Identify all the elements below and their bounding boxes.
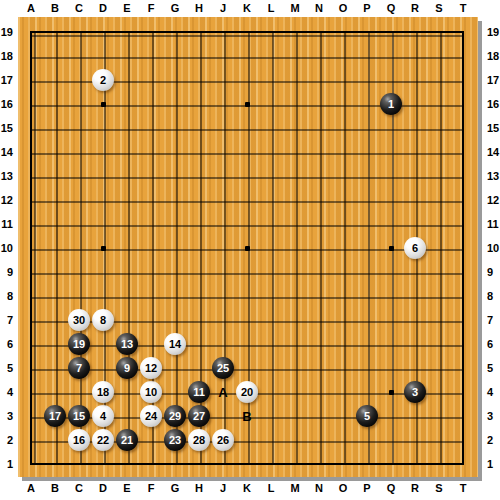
board-point-d2: 22	[91, 428, 115, 452]
row-label: 4	[485, 380, 500, 404]
white-stone-move-6: 6	[404, 237, 426, 259]
board-point-h3: 27	[187, 404, 211, 428]
go-board: AB12345678910111213141516171819202122232…	[18, 17, 478, 477]
column-labels-top: ABCDEFGHJKLMNOPQRST	[19, 0, 475, 17]
board-cells: AB12345678910111213141516171819202122232…	[19, 20, 475, 476]
white-stone-move-18: 18	[92, 381, 114, 403]
row-label: 12	[485, 188, 500, 212]
row-label: 15	[485, 116, 500, 140]
row-label: 16	[485, 92, 500, 116]
black-stone-move-21: 21	[116, 429, 138, 451]
board-point-f3: 24	[139, 404, 163, 428]
row-label: 10	[485, 236, 500, 260]
black-stone-move-15: 15	[68, 405, 90, 427]
board-point-k4: 20	[235, 380, 259, 404]
row-label: 12	[0, 188, 15, 212]
column-label: N	[307, 0, 331, 17]
black-stone-move-25: 25	[212, 357, 234, 379]
white-stone-move-2: 2	[92, 69, 114, 91]
row-label: 18	[485, 44, 500, 68]
row-label: 9	[485, 260, 500, 284]
white-stone-move-20: 20	[236, 381, 258, 403]
board-point-h2: 28	[187, 428, 211, 452]
board-point-c2: 16	[67, 428, 91, 452]
black-stone-move-1: 1	[380, 93, 402, 115]
row-label: 1	[0, 452, 15, 476]
column-label: K	[235, 479, 259, 497]
row-label: 2	[485, 428, 500, 452]
column-label: H	[187, 479, 211, 497]
white-stone-move-12: 12	[140, 357, 162, 379]
board-point-d7: 8	[91, 308, 115, 332]
column-label: T	[451, 479, 475, 497]
star-point-q4	[379, 380, 403, 404]
column-label: K	[235, 0, 259, 17]
column-label: F	[139, 0, 163, 17]
column-label: Q	[379, 0, 403, 17]
column-label: L	[259, 479, 283, 497]
white-stone-move-22: 22	[92, 429, 114, 451]
column-label: C	[67, 0, 91, 17]
board-point-g6: 14	[163, 332, 187, 356]
star-point-d10	[91, 236, 115, 260]
row-label: 4	[0, 380, 15, 404]
column-label: A	[19, 0, 43, 17]
row-label: 17	[485, 68, 500, 92]
go-kifu-diagram: ABCDEFGHJKLMNOPQRST ABCDEFGHJKLMNOPQRST …	[0, 0, 500, 500]
board-point-c6: 19	[67, 332, 91, 356]
column-label: Q	[379, 479, 403, 497]
white-stone-move-28: 28	[188, 429, 210, 451]
row-label: 5	[0, 356, 15, 380]
row-label: 16	[0, 92, 15, 116]
board-point-c3: 15	[67, 404, 91, 428]
point-marker-a: A	[211, 380, 235, 404]
column-label: E	[115, 0, 139, 17]
star-point-q10	[379, 236, 403, 260]
column-label: J	[211, 0, 235, 17]
column-labels-bottom: ABCDEFGHJKLMNOPQRST	[19, 479, 475, 497]
white-stone-move-30: 30	[68, 309, 90, 331]
column-label: H	[187, 0, 211, 17]
black-stone-move-29: 29	[164, 405, 186, 427]
row-label: 17	[0, 68, 15, 92]
row-label: 19	[0, 20, 15, 44]
black-stone-move-11: 11	[188, 381, 210, 403]
board-point-j5: 25	[211, 356, 235, 380]
black-stone-move-17: 17	[44, 405, 66, 427]
board-point-r4: 3	[403, 380, 427, 404]
column-label: O	[331, 479, 355, 497]
column-label: M	[283, 479, 307, 497]
row-label: 7	[485, 308, 500, 332]
row-label: 13	[485, 164, 500, 188]
column-label: R	[403, 0, 427, 17]
white-stone-move-24: 24	[140, 405, 162, 427]
row-label: 15	[0, 116, 15, 140]
board-point-f5: 12	[139, 356, 163, 380]
row-label: 14	[485, 140, 500, 164]
row-label: 2	[0, 428, 15, 452]
black-stone-move-5: 5	[356, 405, 378, 427]
row-labels-right: 19181716151413121110987654321	[485, 20, 500, 476]
row-label: 11	[0, 212, 15, 236]
black-stone-move-13: 13	[116, 333, 138, 355]
board-point-f4: 10	[139, 380, 163, 404]
row-label: 8	[485, 284, 500, 308]
row-labels-left: 19181716151413121110987654321	[0, 20, 15, 476]
black-stone-move-27: 27	[188, 405, 210, 427]
row-label: 6	[0, 332, 15, 356]
black-stone-move-19: 19	[68, 333, 90, 355]
column-label: G	[163, 479, 187, 497]
column-label: J	[211, 479, 235, 497]
board-point-e5: 9	[115, 356, 139, 380]
row-label: 18	[0, 44, 15, 68]
row-label: 14	[0, 140, 15, 164]
board-point-p3: 5	[355, 404, 379, 428]
column-label: G	[163, 0, 187, 17]
board-point-j2: 26	[211, 428, 235, 452]
star-point-k16	[235, 92, 259, 116]
board-point-b3: 17	[43, 404, 67, 428]
row-label: 1	[485, 452, 500, 476]
white-stone-move-26: 26	[212, 429, 234, 451]
row-label: 13	[0, 164, 15, 188]
white-stone-move-14: 14	[164, 333, 186, 355]
white-stone-move-8: 8	[92, 309, 114, 331]
white-stone-move-10: 10	[140, 381, 162, 403]
column-label: R	[403, 479, 427, 497]
column-label: S	[427, 479, 451, 497]
column-label: P	[355, 0, 379, 17]
board-point-g2: 23	[163, 428, 187, 452]
column-label: P	[355, 479, 379, 497]
board-point-c5: 7	[67, 356, 91, 380]
board-point-d4: 18	[91, 380, 115, 404]
board-point-q16: 1	[379, 92, 403, 116]
row-label: 19	[485, 20, 500, 44]
column-label: M	[283, 0, 307, 17]
star-point-k10	[235, 236, 259, 260]
column-label: L	[259, 0, 283, 17]
column-label: C	[67, 479, 91, 497]
column-label: B	[43, 0, 67, 17]
board-point-c7: 30	[67, 308, 91, 332]
board-point-d3: 4	[91, 404, 115, 428]
black-stone-move-7: 7	[68, 357, 90, 379]
column-label: D	[91, 479, 115, 497]
column-label: E	[115, 479, 139, 497]
star-point-d16	[91, 92, 115, 116]
point-marker-b: B	[235, 404, 259, 428]
column-label: D	[91, 0, 115, 17]
board-point-g3: 29	[163, 404, 187, 428]
column-label: N	[307, 479, 331, 497]
column-label: T	[451, 0, 475, 17]
row-label: 3	[485, 404, 500, 428]
white-stone-move-4: 4	[92, 405, 114, 427]
black-stone-move-3: 3	[404, 381, 426, 403]
board-point-d17: 2	[91, 68, 115, 92]
row-label: 8	[0, 284, 15, 308]
column-label: O	[331, 0, 355, 17]
row-label: 7	[0, 308, 15, 332]
row-label: 9	[0, 260, 15, 284]
black-stone-move-9: 9	[116, 357, 138, 379]
row-label: 5	[485, 356, 500, 380]
board-point-r10: 6	[403, 236, 427, 260]
row-label: 3	[0, 404, 15, 428]
board-point-e2: 21	[115, 428, 139, 452]
row-label: 6	[485, 332, 500, 356]
board-point-e6: 13	[115, 332, 139, 356]
row-label: 10	[0, 236, 15, 260]
board-point-h4: 11	[187, 380, 211, 404]
column-label: A	[19, 479, 43, 497]
column-label: S	[427, 0, 451, 17]
row-label: 11	[485, 212, 500, 236]
white-stone-move-16: 16	[68, 429, 90, 451]
black-stone-move-23: 23	[164, 429, 186, 451]
column-label: B	[43, 479, 67, 497]
column-label: F	[139, 479, 163, 497]
